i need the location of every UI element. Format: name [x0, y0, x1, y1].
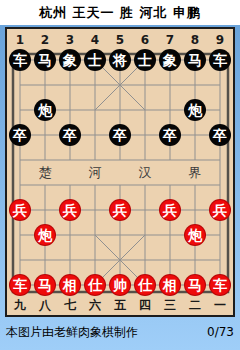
piece-black: 车	[209, 49, 231, 71]
file-label-bottom: 二	[183, 298, 207, 312]
file-label-top: 4	[83, 33, 107, 47]
piece-red: 车	[209, 274, 231, 296]
page: 杭州 王天一 胜 河北 申鹏 123456789九八七六五四三二一 楚河汉界 车…	[0, 0, 240, 350]
file-label-bottom: 一	[208, 298, 232, 312]
piece-red: 帅	[109, 274, 131, 296]
piece-black: 象	[59, 49, 81, 71]
file-label-bottom: 三	[158, 298, 182, 312]
piece-red: 马	[184, 274, 206, 296]
piece-red: 炮	[184, 224, 206, 246]
river-char: 河	[85, 165, 105, 181]
piece-black: 马	[184, 49, 206, 71]
piece-red: 车	[9, 274, 31, 296]
piece-red: 兵	[109, 199, 131, 221]
file-label-bottom: 九	[8, 298, 32, 312]
file-label-bottom: 五	[108, 298, 132, 312]
piece-red: 兵	[9, 199, 31, 221]
file-label-bottom: 四	[133, 298, 157, 312]
piece-black: 炮	[184, 99, 206, 121]
file-label-top: 2	[33, 33, 57, 47]
file-label-top: 8	[183, 33, 207, 47]
piece-black: 卒	[109, 124, 131, 146]
river-char: 楚	[35, 165, 55, 181]
piece-black: 马	[34, 49, 56, 71]
file-label-top: 5	[108, 33, 132, 47]
match-title: 杭州 王天一 胜 河北 申鹏	[0, 0, 240, 25]
piece-black: 炮	[34, 99, 56, 121]
piece-black: 将	[109, 49, 131, 71]
piece-black: 卒	[59, 124, 81, 146]
piece-black: 象	[159, 49, 181, 71]
piece-red: 相	[159, 274, 181, 296]
piece-black: 卒	[9, 124, 31, 146]
footer-bar: 本图片由老鲜肉象棋制作 0/73	[0, 318, 240, 346]
piece-black: 车	[9, 49, 31, 71]
file-label-bottom: 六	[83, 298, 107, 312]
river-char: 界	[185, 165, 205, 181]
credit-text: 本图片由老鲜肉象棋制作	[6, 324, 138, 341]
piece-red: 兵	[209, 199, 231, 221]
piece-red: 马	[34, 274, 56, 296]
piece-red: 仕	[134, 274, 156, 296]
file-label-top: 3	[58, 33, 82, 47]
move-counter: 0/73	[207, 325, 234, 339]
file-label-top: 7	[158, 33, 182, 47]
file-label-top: 1	[8, 33, 32, 47]
piece-red: 仕	[84, 274, 106, 296]
file-label-top: 9	[208, 33, 232, 47]
piece-black: 卒	[159, 124, 181, 146]
piece-black: 卒	[209, 124, 231, 146]
river-char: 汉	[135, 165, 155, 181]
piece-black: 士	[134, 49, 156, 71]
piece-red: 兵	[159, 199, 181, 221]
xiangqi-board: 123456789九八七六五四三二一 楚河汉界 车马象士将士象马车炮炮卒卒卒卒卒…	[5, 27, 235, 317]
piece-red: 兵	[59, 199, 81, 221]
piece-red: 炮	[34, 224, 56, 246]
file-label-bottom: 八	[33, 298, 57, 312]
piece-black: 士	[84, 49, 106, 71]
piece-red: 相	[59, 274, 81, 296]
file-label-bottom: 七	[58, 298, 82, 312]
file-label-top: 6	[133, 33, 157, 47]
